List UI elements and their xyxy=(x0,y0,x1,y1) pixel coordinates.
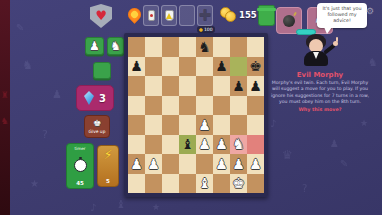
square-d3[interactable]: ♝ xyxy=(179,135,196,155)
white-pawn: ♟ xyxy=(249,157,262,171)
square-e1[interactable]: ♝ xyxy=(196,174,213,194)
square-e2[interactable] xyxy=(196,154,213,174)
white-pawn: ♟ xyxy=(130,157,143,171)
white-pawn: ♟ xyxy=(232,157,245,171)
square-c6[interactable] xyxy=(162,76,179,96)
square-a8[interactable] xyxy=(128,37,145,57)
coins-icon xyxy=(220,7,236,22)
portrait-finger xyxy=(336,37,338,42)
square-e6[interactable] xyxy=(196,76,213,96)
background-doodle: ✎ xyxy=(340,158,348,169)
square-f8[interactable] xyxy=(213,37,230,57)
background-doodle: ♪ xyxy=(90,202,96,213)
square-g2[interactable]: ♟ xyxy=(230,154,247,174)
background-doodle: ★ xyxy=(30,178,39,189)
timer-powerup[interactable]: timer 45 xyxy=(66,143,94,189)
square-b8[interactable] xyxy=(145,37,162,57)
opponent-description: Morphy's evil twin. Each turn, Evil Morp… xyxy=(268,80,372,106)
plus-icon: ✚ xyxy=(199,8,212,23)
powerup-green-tile[interactable] xyxy=(93,62,111,79)
left-background-strip xyxy=(0,0,10,215)
square-c3[interactable] xyxy=(162,135,179,155)
square-h6[interactable]: ♟ xyxy=(247,76,264,96)
white-knight-icon: ♞ xyxy=(110,40,121,52)
square-c4[interactable] xyxy=(162,115,179,135)
heart-icon: ♥ xyxy=(95,9,107,22)
square-c2[interactable] xyxy=(162,154,179,174)
background-doodle: ✎ xyxy=(16,22,24,33)
evil-morphy-portrait xyxy=(296,33,342,73)
square-a7[interactable]: ♟ xyxy=(128,57,145,77)
square-a5[interactable] xyxy=(128,96,145,116)
square-a4[interactable] xyxy=(128,115,145,135)
square-f5[interactable] xyxy=(213,96,230,116)
square-c8[interactable] xyxy=(162,37,179,57)
white-pawn: ♟ xyxy=(198,137,211,151)
square-h7[interactable]: ♚ xyxy=(247,57,264,77)
lightning-powerup[interactable]: ⚡ 5 xyxy=(97,145,119,187)
square-a6[interactable] xyxy=(128,76,145,96)
can-icon xyxy=(148,10,155,21)
square-h5[interactable] xyxy=(247,96,264,116)
item-slot-plus[interactable]: ✚ xyxy=(197,5,213,26)
powerup-pawn-tile[interactable]: ♟ xyxy=(85,37,104,55)
black-pawn: ♟ xyxy=(249,79,262,93)
square-h3[interactable] xyxy=(247,135,264,155)
black-pawn: ♟ xyxy=(130,59,143,73)
square-b2[interactable]: ♟ xyxy=(145,154,162,174)
coins-count: 155 xyxy=(239,10,257,20)
square-b3[interactable] xyxy=(145,135,162,155)
square-e3[interactable]: ♟ xyxy=(196,135,213,155)
powerup-knight-tile[interactable]: ♞ xyxy=(107,37,124,55)
chess-board: ♞♟♟♚♟♟♟♝♟♟♞♟♟♟♟♟♝♚ xyxy=(124,33,268,197)
item-slot-empty[interactable] xyxy=(179,5,195,26)
square-g1[interactable]: ♚ xyxy=(230,174,247,194)
square-e4[interactable]: ♟ xyxy=(196,115,213,135)
white-pawn: ♟ xyxy=(215,157,228,171)
trash-can-button[interactable] xyxy=(258,5,275,26)
item-slot-flask[interactable] xyxy=(161,5,177,26)
black-king: ♚ xyxy=(249,59,262,73)
square-d7[interactable] xyxy=(179,57,196,77)
opponent-help-link[interactable]: Why this move? xyxy=(270,107,370,112)
gem-counter[interactable]: 3 xyxy=(76,85,114,111)
lightning-icon: ⚡ xyxy=(103,148,112,161)
square-b7[interactable] xyxy=(145,57,162,77)
background-doodle: ♟ xyxy=(52,88,62,101)
white-knight: ♞ xyxy=(232,137,245,151)
background-doodle: ♝ xyxy=(116,198,126,211)
square-h4[interactable] xyxy=(247,115,264,135)
black-knight: ♞ xyxy=(198,40,211,54)
speech-bubble: It's just that you followed my advice! xyxy=(317,3,367,28)
game-screen: ♞?★✎♟♝★♛?✎★♞♪♟★♪♜♞ ♥ ✚ 100 155 ♞ It's ju… xyxy=(0,0,382,215)
plus-price: 100 xyxy=(204,27,213,32)
bomb-icon xyxy=(283,15,295,27)
flask-icon xyxy=(165,10,174,21)
square-a2[interactable]: ♟ xyxy=(128,154,145,174)
plus-price-badge: 100 xyxy=(197,26,215,33)
black-bishop: ♝ xyxy=(181,137,194,151)
white-pawn: ♟ xyxy=(198,118,211,132)
square-c1[interactable] xyxy=(162,174,179,194)
square-d2[interactable] xyxy=(179,154,196,174)
coin-icon xyxy=(199,28,203,32)
gear-icon[interactable]: ⚙ xyxy=(366,6,374,16)
square-d6[interactable] xyxy=(179,76,196,96)
square-d8[interactable] xyxy=(179,37,196,57)
background-doodle: ♟ xyxy=(330,138,339,149)
square-b5[interactable] xyxy=(145,96,162,116)
square-f3[interactable]: ♟ xyxy=(213,135,230,155)
black-pawn: ♟ xyxy=(215,59,228,73)
square-e8[interactable]: ♞ xyxy=(196,37,213,57)
opponent-name: Evil Morphy xyxy=(270,71,370,79)
stopwatch-icon xyxy=(74,159,87,172)
square-h2[interactable]: ♟ xyxy=(247,154,264,174)
background-doodle: ? xyxy=(42,128,48,141)
black-pawn: ♟ xyxy=(232,79,245,93)
flame-icon xyxy=(125,5,143,23)
background-doodle: ? xyxy=(302,183,307,194)
square-f6[interactable] xyxy=(213,76,230,96)
square-a3[interactable] xyxy=(128,135,145,155)
white-bishop: ♝ xyxy=(198,176,211,190)
background-doodle: ♛ xyxy=(282,148,293,162)
square-h1[interactable] xyxy=(247,174,264,194)
square-g8[interactable] xyxy=(230,37,247,57)
square-b1[interactable] xyxy=(145,174,162,194)
square-d5[interactable] xyxy=(179,96,196,116)
square-g7[interactable] xyxy=(230,57,247,77)
item-slot-can[interactable] xyxy=(143,5,159,26)
give-up-label: Give up xyxy=(89,129,106,134)
square-b4[interactable] xyxy=(145,115,162,135)
square-c7[interactable] xyxy=(162,57,179,77)
square-f1[interactable] xyxy=(213,174,230,194)
gem-icon xyxy=(84,91,94,105)
white-king: ♚ xyxy=(232,176,245,190)
square-b6[interactable] xyxy=(145,76,162,96)
background-doodle: ★ xyxy=(360,118,368,128)
square-g4[interactable] xyxy=(230,115,247,135)
square-d4[interactable] xyxy=(179,115,196,135)
background-doodle: ♪ xyxy=(270,118,276,129)
timer-label: timer xyxy=(74,146,85,151)
white-king-icon: ♚ xyxy=(93,119,101,128)
background-doodle: ★ xyxy=(152,202,160,212)
square-g5[interactable] xyxy=(230,96,247,116)
square-f7[interactable]: ♟ xyxy=(213,57,230,77)
square-g6[interactable]: ♟ xyxy=(230,76,247,96)
background-doodle: ♞ xyxy=(368,56,378,69)
square-f4[interactable] xyxy=(213,115,230,135)
timer-count: 45 xyxy=(76,180,84,186)
white-pawn: ♟ xyxy=(215,137,228,151)
bolt-count: 5 xyxy=(106,178,110,184)
give-up-button[interactable]: ♚ Give up xyxy=(84,115,110,138)
white-pawn-icon: ♟ xyxy=(89,40,100,52)
square-e7[interactable] xyxy=(196,57,213,77)
white-pawn: ♟ xyxy=(147,157,160,171)
square-f2[interactable]: ♟ xyxy=(213,154,230,174)
square-h8[interactable] xyxy=(247,37,264,57)
square-e5[interactable] xyxy=(196,96,213,116)
square-c5[interactable] xyxy=(162,96,179,116)
square-g3[interactable]: ♞ xyxy=(230,135,247,155)
square-d1[interactable] xyxy=(179,174,196,194)
gem-count: 3 xyxy=(99,93,106,104)
coins-display: 155 xyxy=(220,7,257,22)
shield-heart-icon: ♥ xyxy=(90,4,112,28)
square-a1[interactable] xyxy=(128,174,145,194)
speech-text: It's just that you followed my advice! xyxy=(320,6,364,25)
background-doodle: ♞ xyxy=(22,58,33,72)
